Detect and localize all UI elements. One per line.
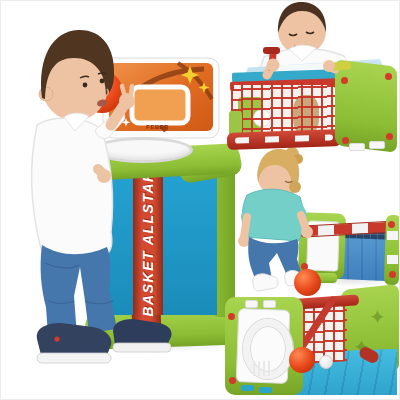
boy-cube-hand-l [267,59,280,72]
product-photo-canvas: BASKET ALLSTARS [0,0,400,400]
boy-cube-hand-r [323,60,335,72]
cube-hands-overlay [1,1,400,400]
red-toy-tool-head [263,47,280,54]
football-ball [294,269,321,296]
